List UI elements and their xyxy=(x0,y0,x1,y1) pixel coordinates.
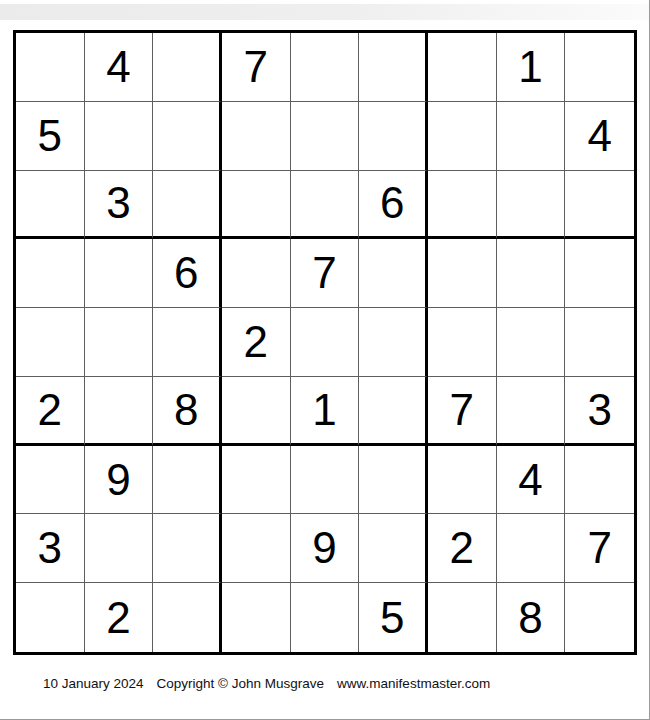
sudoku-cell-r6c9: 3 xyxy=(565,377,634,446)
sudoku-cell-r9c2: 2 xyxy=(85,583,154,652)
sudoku-cell-r7c5[interactable] xyxy=(291,446,360,515)
sudoku-cell-r1c8: 1 xyxy=(497,33,566,102)
sudoku-cell-r5c7[interactable] xyxy=(428,308,497,377)
sudoku-cell-r6c1: 2 xyxy=(16,377,85,446)
sudoku-cell-r9c3[interactable] xyxy=(153,583,222,652)
sudoku-cell-r3c2: 3 xyxy=(85,171,154,240)
footer-url: www.manifestmaster.com xyxy=(337,676,490,691)
sudoku-cell-r2c5[interactable] xyxy=(291,102,360,171)
sudoku-cell-r5c9[interactable] xyxy=(565,308,634,377)
sudoku-cell-r2c7[interactable] xyxy=(428,102,497,171)
sudoku-cell-r5c8[interactable] xyxy=(497,308,566,377)
sudoku-cell-r9c4[interactable] xyxy=(222,583,291,652)
sudoku-cell-r4c2[interactable] xyxy=(85,239,154,308)
sudoku-cell-r7c8: 4 xyxy=(497,446,566,515)
sudoku-cell-r8c6[interactable] xyxy=(359,514,428,583)
sudoku-cell-r8c9: 7 xyxy=(565,514,634,583)
sudoku-board: 471543667228173943927258 xyxy=(13,30,637,655)
sudoku-cell-r2c8[interactable] xyxy=(497,102,566,171)
sudoku-cell-r1c2: 4 xyxy=(85,33,154,102)
sudoku-cell-r3c3[interactable] xyxy=(153,171,222,240)
sudoku-cell-r4c9[interactable] xyxy=(565,239,634,308)
sudoku-cell-r1c6[interactable] xyxy=(359,33,428,102)
sudoku-cell-r4c1[interactable] xyxy=(16,239,85,308)
sudoku-cell-r9c5[interactable] xyxy=(291,583,360,652)
sudoku-cell-r8c3[interactable] xyxy=(153,514,222,583)
sudoku-cell-r3c6: 6 xyxy=(359,171,428,240)
sudoku-cell-r4c7[interactable] xyxy=(428,239,497,308)
sudoku-cell-r1c3[interactable] xyxy=(153,33,222,102)
sudoku-cell-r1c5[interactable] xyxy=(291,33,360,102)
sudoku-cell-r2c6[interactable] xyxy=(359,102,428,171)
sudoku-cell-r2c1: 5 xyxy=(16,102,85,171)
sudoku-cell-r6c3: 8 xyxy=(153,377,222,446)
sudoku-cell-r9c9[interactable] xyxy=(565,583,634,652)
sudoku-cell-r2c2[interactable] xyxy=(85,102,154,171)
sudoku-cell-r4c5: 7 xyxy=(291,239,360,308)
sudoku-page: 471543667228173943927258 10 January 2024… xyxy=(0,0,650,720)
sudoku-cell-r8c1: 3 xyxy=(16,514,85,583)
sudoku-cell-r4c8[interactable] xyxy=(497,239,566,308)
sudoku-cell-r2c4[interactable] xyxy=(222,102,291,171)
sudoku-cell-r5c4: 2 xyxy=(222,308,291,377)
sudoku-cell-r9c7[interactable] xyxy=(428,583,497,652)
sudoku-cell-r8c8[interactable] xyxy=(497,514,566,583)
sudoku-cell-r3c7[interactable] xyxy=(428,171,497,240)
sudoku-cell-r4c6[interactable] xyxy=(359,239,428,308)
sudoku-cell-r5c6[interactable] xyxy=(359,308,428,377)
sudoku-cell-r5c2[interactable] xyxy=(85,308,154,377)
sudoku-cell-r1c7[interactable] xyxy=(428,33,497,102)
sudoku-cell-r2c9: 4 xyxy=(565,102,634,171)
footer-date: 10 January 2024 xyxy=(43,676,144,691)
sudoku-cell-r6c6[interactable] xyxy=(359,377,428,446)
sudoku-cell-r6c5: 1 xyxy=(291,377,360,446)
sudoku-cell-r1c1[interactable] xyxy=(16,33,85,102)
sudoku-cell-r2c3[interactable] xyxy=(153,102,222,171)
sudoku-cell-r3c5[interactable] xyxy=(291,171,360,240)
sudoku-cell-r7c2: 9 xyxy=(85,446,154,515)
sudoku-cell-r5c5[interactable] xyxy=(291,308,360,377)
sudoku-cell-r8c4[interactable] xyxy=(222,514,291,583)
sudoku-cell-r7c7[interactable] xyxy=(428,446,497,515)
sudoku-cell-r8c2[interactable] xyxy=(85,514,154,583)
sudoku-cell-r8c7: 2 xyxy=(428,514,497,583)
sudoku-cell-r6c2[interactable] xyxy=(85,377,154,446)
footer: 10 January 2024 Copyright © John Musgrav… xyxy=(43,676,490,691)
sudoku-cell-r7c3[interactable] xyxy=(153,446,222,515)
footer-copyright: Copyright © John Musgrave xyxy=(157,676,325,691)
page-top-strip xyxy=(0,4,649,20)
sudoku-cell-r9c1[interactable] xyxy=(16,583,85,652)
sudoku-cell-r7c9[interactable] xyxy=(565,446,634,515)
sudoku-cell-r1c4: 7 xyxy=(222,33,291,102)
sudoku-cell-r6c7: 7 xyxy=(428,377,497,446)
sudoku-cell-r5c3[interactable] xyxy=(153,308,222,377)
sudoku-cell-r9c8: 8 xyxy=(497,583,566,652)
sudoku-cell-r7c1[interactable] xyxy=(16,446,85,515)
sudoku-cell-r3c4[interactable] xyxy=(222,171,291,240)
sudoku-cell-r3c8[interactable] xyxy=(497,171,566,240)
sudoku-cell-r3c1[interactable] xyxy=(16,171,85,240)
sudoku-cell-r8c5: 9 xyxy=(291,514,360,583)
sudoku-cell-r3c9[interactable] xyxy=(565,171,634,240)
sudoku-cell-r9c6: 5 xyxy=(359,583,428,652)
sudoku-cell-r6c8[interactable] xyxy=(497,377,566,446)
sudoku-cell-r1c9[interactable] xyxy=(565,33,634,102)
sudoku-cell-r5c1[interactable] xyxy=(16,308,85,377)
sudoku-cell-r7c6[interactable] xyxy=(359,446,428,515)
sudoku-cell-r6c4[interactable] xyxy=(222,377,291,446)
sudoku-cell-r4c3: 6 xyxy=(153,239,222,308)
sudoku-cell-r4c4[interactable] xyxy=(222,239,291,308)
sudoku-cell-r7c4[interactable] xyxy=(222,446,291,515)
